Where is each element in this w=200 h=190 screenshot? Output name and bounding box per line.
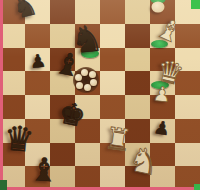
square-f4 [125,95,150,119]
chessboard-photo: ♞♝♛♟♞♟♝♚♛♝♜♟♞ [0,0,200,190]
image-border-left [0,0,3,190]
piece-white-rook-e2: ♜ [103,123,134,156]
square-d2 [75,143,100,167]
square-a4 [0,95,25,119]
piece-black-bishop-b1: ♝ [29,153,59,186]
image-border-bottom [0,187,200,190]
square-h2 [175,143,200,167]
square-a5 [0,71,25,95]
square-b5 [25,71,50,95]
selection-handle-bottom-right[interactable] [194,184,200,190]
square-e4 [100,95,125,119]
square-e8 [100,0,125,24]
square-e7 [100,24,125,48]
square-e5 [100,71,125,95]
piece-white-rook-d5 [73,67,99,93]
piece-black-pawn-b6: ♟ [29,52,47,71]
piece-white-pawn-g4: ♟ [152,83,172,105]
square-a6 [0,48,25,72]
square-b7 [25,24,50,48]
piece-white-king-g8 [152,0,165,12]
selection-handle-bottom-left[interactable] [0,180,7,190]
square-h4 [175,95,200,119]
selection-handle-top-right[interactable] [191,0,200,9]
square-f5 [125,71,150,95]
square-b4 [25,95,50,119]
piece-black-pawn-g3: ♟ [152,118,171,139]
square-f6 [125,48,150,72]
square-a7 [0,24,25,48]
square-f7 [125,24,150,48]
square-h3 [175,119,200,143]
square-f8 [125,0,150,24]
